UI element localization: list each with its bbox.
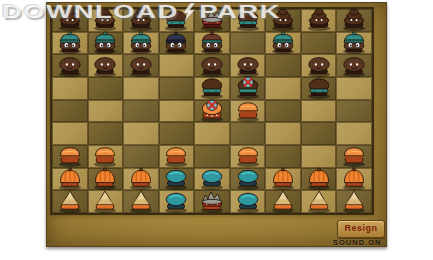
board-cell[interactable]	[52, 190, 88, 213]
board-cell[interactable]	[194, 77, 230, 100]
piece-dhat[interactable]	[55, 29, 85, 54]
board-cell[interactable]	[336, 54, 372, 77]
board-cell[interactable]	[336, 145, 372, 168]
piece-dband[interactable]	[233, 7, 263, 32]
board-cell[interactable]	[230, 77, 266, 100]
board-cell[interactable]	[123, 9, 159, 32]
board-cell[interactable]	[194, 9, 230, 32]
board-cell[interactable]	[265, 54, 301, 77]
board-cell[interactable]	[159, 9, 195, 32]
board-cell[interactable]	[230, 100, 266, 123]
board-cell[interactable]	[52, 168, 88, 191]
board-cell[interactable]	[88, 100, 124, 123]
board-cell[interactable]	[301, 9, 337, 32]
board-cell[interactable]	[194, 145, 230, 168]
piece-dx[interactable]	[233, 75, 263, 100]
board-cell[interactable]	[159, 54, 195, 77]
board-cell[interactable]	[88, 32, 124, 55]
piece-lburger[interactable]	[339, 143, 369, 168]
piece-dplain[interactable]	[55, 52, 85, 77]
game-background: Resign SOUND ON	[46, 2, 387, 247]
piece-lcone[interactable]	[55, 188, 85, 213]
board-cell[interactable]	[159, 168, 195, 191]
piece-dplain[interactable]	[339, 52, 369, 77]
piece-dswirl[interactable]	[55, 7, 85, 32]
board-cell[interactable]	[230, 190, 266, 213]
board-cell[interactable]	[123, 54, 159, 77]
board-cell[interactable]	[88, 190, 124, 213]
board-cell[interactable]	[301, 122, 337, 145]
board-cell[interactable]	[301, 77, 337, 100]
board-cell[interactable]	[123, 190, 159, 213]
piece-dhat[interactable]	[126, 29, 156, 54]
piece-lcone[interactable]	[304, 188, 334, 213]
board-cell[interactable]	[336, 168, 372, 191]
board-cell[interactable]	[88, 54, 124, 77]
board-cell[interactable]	[301, 32, 337, 55]
piece-lteal[interactable]	[161, 188, 191, 213]
board-cell[interactable]	[230, 32, 266, 55]
piece-lburger[interactable]	[55, 143, 85, 168]
app-screenshot: Resign SOUND ON DOWNLOAD PARK	[0, 0, 433, 260]
board-cell[interactable]	[88, 122, 124, 145]
piece-lpumpkin[interactable]	[339, 165, 369, 190]
piece-lx[interactable]	[197, 97, 227, 122]
piece-dbrownhat[interactable]	[197, 29, 227, 54]
piece-lcone[interactable]	[339, 188, 369, 213]
board-cell[interactable]	[88, 168, 124, 191]
board-cell[interactable]	[123, 32, 159, 55]
board-cell[interactable]	[301, 100, 337, 123]
piece-lburger[interactable]	[233, 143, 263, 168]
board-cell[interactable]	[194, 54, 230, 77]
board-cell[interactable]	[123, 122, 159, 145]
piece-dhat[interactable]	[90, 29, 120, 54]
board-cell[interactable]	[336, 122, 372, 145]
board-cell[interactable]	[123, 100, 159, 123]
sound-toggle[interactable]: SOUND ON	[333, 238, 387, 247]
board-cell[interactable]	[194, 100, 230, 123]
board-cell[interactable]	[159, 77, 195, 100]
piece-lcone[interactable]	[268, 188, 298, 213]
board-cell[interactable]	[265, 145, 301, 168]
board-cell[interactable]	[194, 168, 230, 191]
checkers-board	[52, 9, 372, 213]
piece-dswirl[interactable]	[339, 7, 369, 32]
piece-dband[interactable]	[197, 75, 227, 100]
piece-lburger[interactable]	[161, 143, 191, 168]
piece-dplain[interactable]	[233, 52, 263, 77]
board-cell[interactable]	[336, 100, 372, 123]
piece-dswirl[interactable]	[304, 7, 334, 32]
board-cell[interactable]	[159, 100, 195, 123]
board-cell[interactable]	[265, 122, 301, 145]
piece-lteal[interactable]	[161, 165, 191, 190]
board-cell[interactable]	[159, 190, 195, 213]
board-cell[interactable]	[336, 190, 372, 213]
piece-dplain[interactable]	[90, 52, 120, 77]
board-cell[interactable]	[265, 168, 301, 191]
piece-lburger[interactable]	[233, 97, 263, 122]
board-cell[interactable]	[265, 190, 301, 213]
board-cell[interactable]	[301, 54, 337, 77]
piece-lteal[interactable]	[197, 165, 227, 190]
board-cell[interactable]	[194, 190, 230, 213]
piece-lpumpkin[interactable]	[304, 165, 334, 190]
piece-dhat[interactable]	[268, 29, 298, 54]
board-cell[interactable]	[88, 9, 124, 32]
piece-dswirl[interactable]	[90, 7, 120, 32]
board-cell[interactable]	[301, 190, 337, 213]
piece-dband[interactable]	[161, 7, 191, 32]
board-cell[interactable]	[265, 77, 301, 100]
piece-dswirl[interactable]	[126, 7, 156, 32]
board-cell[interactable]	[52, 32, 88, 55]
piece-lpumpkin[interactable]	[126, 165, 156, 190]
board-cell[interactable]	[123, 168, 159, 191]
board-cell[interactable]	[230, 145, 266, 168]
board-cell[interactable]	[52, 77, 88, 100]
board-cell[interactable]	[159, 145, 195, 168]
resign-button[interactable]: Resign	[337, 220, 385, 238]
board-cell[interactable]	[265, 32, 301, 55]
piece-lpumpkin[interactable]	[268, 165, 298, 190]
piece-lteal[interactable]	[233, 188, 263, 213]
board-cell[interactable]	[230, 122, 266, 145]
board-cell[interactable]	[301, 145, 337, 168]
piece-dplain[interactable]	[126, 52, 156, 77]
piece-lpumpkin[interactable]	[55, 165, 85, 190]
board-cell[interactable]	[194, 32, 230, 55]
board-cell[interactable]	[123, 77, 159, 100]
piece-lburger[interactable]	[90, 143, 120, 168]
board-cell[interactable]	[88, 145, 124, 168]
board-cell[interactable]	[336, 77, 372, 100]
piece-lcone[interactable]	[126, 188, 156, 213]
piece-dnavy[interactable]	[161, 29, 191, 54]
board-cell[interactable]	[52, 145, 88, 168]
board-cell[interactable]	[52, 54, 88, 77]
board-cell[interactable]	[336, 9, 372, 32]
board-cell[interactable]	[194, 122, 230, 145]
piece-dplain[interactable]	[197, 52, 227, 77]
board-cell[interactable]	[265, 100, 301, 123]
piece-dswirl[interactable]	[268, 7, 298, 32]
board-cell[interactable]	[52, 9, 88, 32]
piece-dking[interactable]	[197, 7, 227, 32]
board-cell[interactable]	[336, 32, 372, 55]
piece-dplain[interactable]	[304, 52, 334, 77]
board-cell[interactable]	[52, 122, 88, 145]
board-cell[interactable]	[159, 122, 195, 145]
piece-lcone[interactable]	[90, 188, 120, 213]
piece-dhat[interactable]	[339, 29, 369, 54]
board-cell[interactable]	[230, 168, 266, 191]
board-cell[interactable]	[230, 9, 266, 32]
board-cell[interactable]	[159, 32, 195, 55]
piece-lteal[interactable]	[233, 165, 263, 190]
board-cell[interactable]	[301, 168, 337, 191]
piece-lpumpkin[interactable]	[90, 165, 120, 190]
board-cell[interactable]	[230, 54, 266, 77]
board-cell[interactable]	[123, 145, 159, 168]
board-cell[interactable]	[88, 77, 124, 100]
piece-lking[interactable]	[197, 188, 227, 213]
piece-dband[interactable]	[304, 75, 334, 100]
board-cell[interactable]	[52, 100, 88, 123]
board-cell[interactable]	[265, 9, 301, 32]
